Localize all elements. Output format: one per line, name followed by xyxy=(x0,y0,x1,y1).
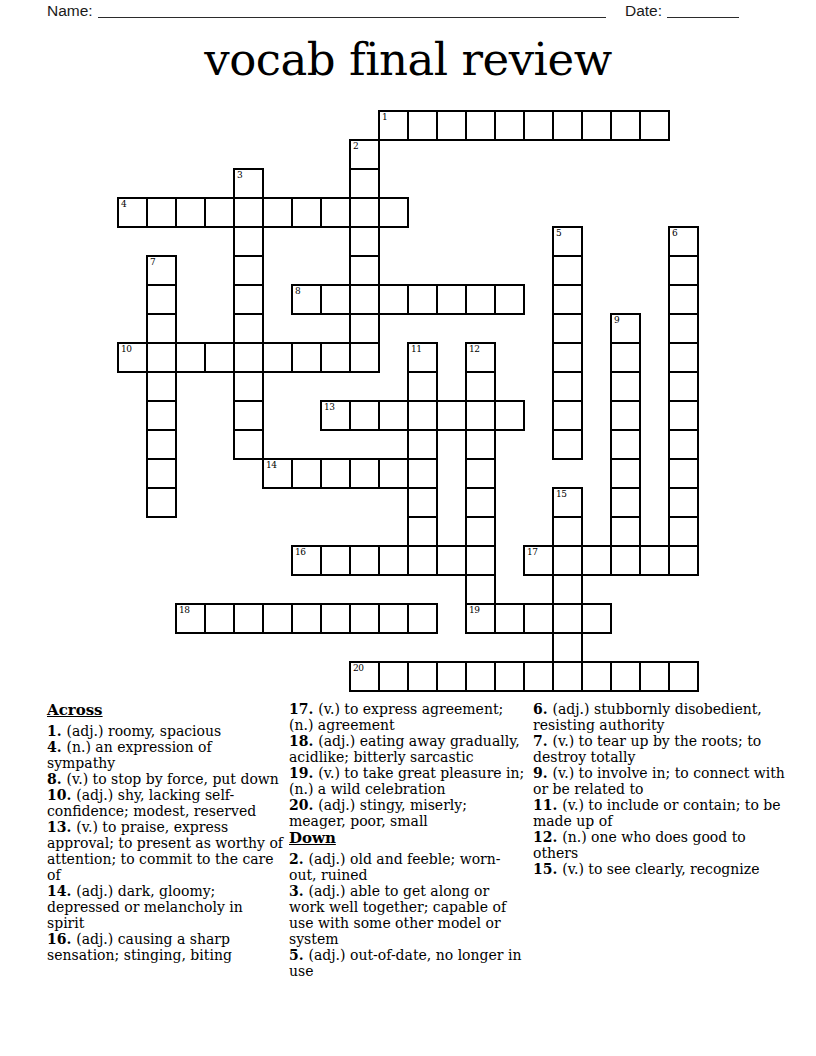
name-blank-line xyxy=(98,0,606,18)
grid-cell-r15c18[interactable] xyxy=(639,545,670,576)
grid-cell-r2c8[interactable] xyxy=(349,168,380,199)
grid-cell-r7c8[interactable] xyxy=(349,313,380,344)
grid-cell-r12c1[interactable] xyxy=(146,458,177,489)
down-heading: Down xyxy=(289,829,527,847)
cell-number-3: 3 xyxy=(237,170,242,180)
cell-number-16: 16 xyxy=(295,547,305,557)
grid-cell-r6c10[interactable] xyxy=(407,284,438,315)
clue-number-across-18: 18. xyxy=(289,733,318,749)
grid-cell-r11c12[interactable] xyxy=(465,429,496,460)
grid-cell-r19c10[interactable] xyxy=(407,661,438,692)
clue-across-18: 18. (adj.) eating away gradually, acidli… xyxy=(289,733,527,765)
grid-cell-r15c16[interactable] xyxy=(581,545,612,576)
grid-cell-r3c4[interactable] xyxy=(233,197,264,228)
grid-cell-r4c8[interactable] xyxy=(349,226,380,257)
grid-cell-r6c19[interactable] xyxy=(668,284,699,315)
clue-number-across-16: 16. xyxy=(47,931,76,947)
grid-cell-r8c12[interactable]: 12 xyxy=(465,342,496,373)
grid-cell-r3c9[interactable] xyxy=(378,197,409,228)
grid-cell-r5c19[interactable] xyxy=(668,255,699,286)
clue-number-across-14: 14. xyxy=(47,883,76,899)
grid-cell-r0c12[interactable] xyxy=(465,110,496,141)
grid-cell-r8c8[interactable] xyxy=(349,342,380,373)
clue-across-8: 8. (v.) to stop by force, put down xyxy=(47,771,283,787)
grid-cell-r6c1[interactable] xyxy=(146,284,177,315)
grid-cell-r17c7[interactable] xyxy=(320,603,351,634)
grid-cell-r10c12[interactable] xyxy=(465,400,496,431)
across-clues-list: 1. (adj.) roomy, spacious4. (n.) an expr… xyxy=(47,723,283,963)
grid-cell-r12c5[interactable]: 14 xyxy=(262,458,293,489)
across-clues-list-continued: 17. (v.) to express agreement; (n.) agre… xyxy=(289,701,527,829)
grid-cell-r11c1[interactable] xyxy=(146,429,177,460)
grid-cell-r3c5[interactable] xyxy=(262,197,293,228)
grid-cell-r6c4[interactable] xyxy=(233,284,264,315)
clue-number-across-19: 19. xyxy=(289,765,318,781)
grid-cell-r7c1[interactable] xyxy=(146,313,177,344)
down-clues-list-continued: 6. (adj.) stubbornly disobedient, resist… xyxy=(533,701,785,877)
cell-number-2: 2 xyxy=(353,141,358,151)
grid-cell-r6c12[interactable] xyxy=(465,284,496,315)
grid-cell-r3c8[interactable] xyxy=(349,197,380,228)
grid-cell-r17c10[interactable] xyxy=(407,603,438,634)
clue-column-1: Across 1. (adj.) roomy, spacious4. (n.) … xyxy=(47,701,283,963)
across-heading: Across xyxy=(47,701,283,719)
grid-cell-r12c17[interactable] xyxy=(610,458,641,489)
grid-cell-r3c7[interactable] xyxy=(320,197,351,228)
clue-across-14: 14. (adj.) dark, gloomy; depressed or me… xyxy=(47,883,283,931)
clue-down-5: 5. (adj.) out-of-date, no longer in use xyxy=(289,947,527,979)
grid-cell-r12c7[interactable] xyxy=(320,458,351,489)
grid-cell-r10c8[interactable] xyxy=(349,400,380,431)
grid-cell-r19c9[interactable] xyxy=(378,661,409,692)
grid-cell-r11c19[interactable] xyxy=(668,429,699,460)
grid-cell-r13c19[interactable] xyxy=(668,487,699,518)
grid-cell-r8c10[interactable]: 11 xyxy=(407,342,438,373)
grid-cell-r0c11[interactable] xyxy=(436,110,467,141)
grid-cell-r0c17[interactable] xyxy=(610,110,641,141)
clue-number-across-4: 4. xyxy=(47,739,67,755)
grid-cell-r19c11[interactable] xyxy=(436,661,467,692)
grid-cell-r7c19[interactable] xyxy=(668,313,699,344)
grid-cell-r0c18[interactable] xyxy=(639,110,670,141)
grid-cell-r13c12[interactable] xyxy=(465,487,496,518)
grid-cell-r9c15[interactable] xyxy=(552,371,583,402)
grid-cell-r6c6[interactable]: 8 xyxy=(291,284,322,315)
grid-cell-r17c3[interactable] xyxy=(204,603,235,634)
clue-number-across-1: 1. xyxy=(47,723,67,739)
grid-cell-r13c17[interactable] xyxy=(610,487,641,518)
grid-cell-r15c19[interactable] xyxy=(668,545,699,576)
down-clues-list: 2. (adj.) old and feeble; worn-out, ruin… xyxy=(289,851,527,979)
cell-number-11: 11 xyxy=(411,344,421,354)
clue-number-down-15: 15. xyxy=(533,861,562,877)
cell-number-1: 1 xyxy=(382,112,387,122)
clue-number-down-11: 11. xyxy=(533,797,562,813)
clue-number-down-2: 2. xyxy=(289,851,309,867)
grid-cell-r8c6[interactable] xyxy=(291,342,322,373)
grid-cell-r5c15[interactable] xyxy=(552,255,583,286)
grid-cell-r13c1[interactable] xyxy=(146,487,177,518)
grid-cell-r8c17[interactable] xyxy=(610,342,641,373)
grid-cell-r6c13[interactable] xyxy=(494,284,525,315)
grid-cell-r10c19[interactable] xyxy=(668,400,699,431)
cell-number-17: 17 xyxy=(527,547,537,557)
grid-cell-r6c15[interactable] xyxy=(552,284,583,315)
grid-cell-r17c4[interactable] xyxy=(233,603,264,634)
grid-cell-r12c9[interactable] xyxy=(378,458,409,489)
grid-cell-r15c14[interactable]: 17 xyxy=(523,545,554,576)
cell-number-18: 18 xyxy=(179,605,189,615)
grid-cell-r3c0[interactable]: 4 xyxy=(117,197,148,228)
clue-number-down-3: 3. xyxy=(289,883,309,899)
clue-down-3: 3. (adj.) able to get along or work well… xyxy=(289,883,527,947)
grid-cell-r8c5[interactable] xyxy=(262,342,293,373)
clue-column-3: 6. (adj.) stubbornly disobedient, resist… xyxy=(533,701,785,877)
grid-cell-r19c17[interactable] xyxy=(610,661,641,692)
grid-cell-r9c12[interactable] xyxy=(465,371,496,402)
grid-cell-r0c14[interactable] xyxy=(523,110,554,141)
grid-cell-r12c12[interactable] xyxy=(465,458,496,489)
grid-cell-r12c10[interactable] xyxy=(407,458,438,489)
grid-cell-r5c8[interactable] xyxy=(349,255,380,286)
grid-cell-r15c10[interactable] xyxy=(407,545,438,576)
grid-cell-r17c13[interactable] xyxy=(494,603,525,634)
grid-cell-r17c6[interactable] xyxy=(291,603,322,634)
clue-number-down-7: 7. xyxy=(533,733,553,749)
cell-number-15: 15 xyxy=(556,489,566,499)
clue-down-6: 6. (adj.) stubbornly disobedient, resist… xyxy=(533,701,785,733)
clue-number-across-10: 10. xyxy=(47,787,76,803)
grid-cell-r9c1[interactable] xyxy=(146,371,177,402)
grid-cell-r15c15[interactable] xyxy=(552,545,583,576)
grid-cell-r8c2[interactable] xyxy=(175,342,206,373)
grid-cell-r6c9[interactable] xyxy=(378,284,409,315)
grid-cell-r0c10[interactable] xyxy=(407,110,438,141)
clue-across-17: 17. (v.) to express agreement; (n.) agre… xyxy=(289,701,527,733)
grid-cell-r16c12[interactable] xyxy=(465,574,496,605)
clue-across-1: 1. (adj.) roomy, spacious xyxy=(47,723,283,739)
cell-number-10: 10 xyxy=(121,344,131,354)
grid-cell-r9c19[interactable] xyxy=(668,371,699,402)
grid-cell-r17c9[interactable] xyxy=(378,603,409,634)
grid-cell-r1c8[interactable]: 2 xyxy=(349,139,380,170)
cell-number-20: 20 xyxy=(353,663,363,673)
grid-cell-r10c9[interactable] xyxy=(378,400,409,431)
grid-cell-r8c3[interactable] xyxy=(204,342,235,373)
clue-down-11: 11. (v.) to include or contain; to be ma… xyxy=(533,797,785,829)
clue-across-16: 16. (adj.) causing a sharp sensation; st… xyxy=(47,931,283,963)
grid-cell-r19c16[interactable] xyxy=(581,661,612,692)
grid-cell-r15c11[interactable] xyxy=(436,545,467,576)
grid-cell-r4c19[interactable]: 6 xyxy=(668,226,699,257)
grid-cell-r10c17[interactable] xyxy=(610,400,641,431)
grid-cell-r15c17[interactable] xyxy=(610,545,641,576)
grid-cell-r8c7[interactable] xyxy=(320,342,351,373)
clue-down-15: 15. (v.) to see clearly, recognize xyxy=(533,861,785,877)
grid-cell-r12c8[interactable] xyxy=(349,458,380,489)
grid-cell-r9c10[interactable] xyxy=(407,371,438,402)
grid-cell-r0c15[interactable] xyxy=(552,110,583,141)
grid-cell-r14c15[interactable] xyxy=(552,516,583,547)
grid-cell-r0c13[interactable] xyxy=(494,110,525,141)
grid-cell-r15c6[interactable]: 16 xyxy=(291,545,322,576)
grid-cell-r16c15[interactable] xyxy=(552,574,583,605)
grid-cell-r17c15[interactable] xyxy=(552,603,583,634)
cell-number-12: 12 xyxy=(469,344,479,354)
grid-cell-r3c3[interactable] xyxy=(204,197,235,228)
grid-cell-r19c13[interactable] xyxy=(494,661,525,692)
grid-cell-r18c15[interactable] xyxy=(552,632,583,663)
grid-cell-r14c19[interactable] xyxy=(668,516,699,547)
grid-cell-r8c1[interactable] xyxy=(146,342,177,373)
cell-number-19: 19 xyxy=(469,605,479,615)
crossword-grid: 1234567891011121314151617181920 xyxy=(118,111,700,693)
grid-cell-r15c7[interactable] xyxy=(320,545,351,576)
grid-cell-r11c10[interactable] xyxy=(407,429,438,460)
date-label: Date: xyxy=(625,2,662,20)
grid-cell-r19c12[interactable] xyxy=(465,661,496,692)
clue-across-19: 19. (v.) to take great pleasure in; (n.)… xyxy=(289,765,527,797)
grid-cell-r19c15[interactable] xyxy=(552,661,583,692)
grid-cell-r19c14[interactable] xyxy=(523,661,554,692)
cell-number-6: 6 xyxy=(672,228,677,238)
grid-cell-r4c15[interactable]: 5 xyxy=(552,226,583,257)
grid-cell-r12c19[interactable] xyxy=(668,458,699,489)
grid-cell-r11c4[interactable] xyxy=(233,429,264,460)
grid-cell-r7c15[interactable] xyxy=(552,313,583,344)
grid-cell-r8c0[interactable]: 10 xyxy=(117,342,148,373)
grid-cell-r17c14[interactable] xyxy=(523,603,554,634)
clue-down-7: 7. (v.) to tear up by the roots; to dest… xyxy=(533,733,785,765)
grid-cell-r17c5[interactable] xyxy=(262,603,293,634)
clue-number-across-17: 17. xyxy=(289,701,318,717)
clue-down-2: 2. (adj.) old and feeble; worn-out, ruin… xyxy=(289,851,527,883)
grid-cell-r13c10[interactable] xyxy=(407,487,438,518)
grid-cell-r10c1[interactable] xyxy=(146,400,177,431)
cell-number-5: 5 xyxy=(556,228,561,238)
grid-cell-r7c17[interactable]: 9 xyxy=(610,313,641,344)
grid-cell-r17c16[interactable] xyxy=(581,603,612,634)
grid-cell-r14c12[interactable] xyxy=(465,516,496,547)
clue-column-2: 17. (v.) to express agreement; (n.) agre… xyxy=(289,701,527,979)
grid-cell-r10c4[interactable] xyxy=(233,400,264,431)
grid-cell-r17c8[interactable] xyxy=(349,603,380,634)
grid-cell-r3c1[interactable] xyxy=(146,197,177,228)
grid-cell-r4c4[interactable] xyxy=(233,226,264,257)
cell-number-7: 7 xyxy=(150,257,155,267)
grid-cell-r5c4[interactable] xyxy=(233,255,264,286)
grid-cell-r6c8[interactable] xyxy=(349,284,380,315)
grid-cell-r7c4[interactable] xyxy=(233,313,264,344)
grid-cell-r15c8[interactable] xyxy=(349,545,380,576)
clue-down-12: 12. (n.) one who does good to others xyxy=(533,829,785,861)
grid-cell-r12c6[interactable] xyxy=(291,458,322,489)
clue-number-across-13: 13. xyxy=(47,819,76,835)
clue-across-20: 20. (adj.) stingy, miserly; meager, poor… xyxy=(289,797,527,829)
grid-cell-r0c16[interactable] xyxy=(581,110,612,141)
cell-number-13: 13 xyxy=(324,402,334,412)
clue-across-4: 4. (n.) an expression of sympathy xyxy=(47,739,283,771)
grid-cell-r6c7[interactable] xyxy=(320,284,351,315)
grid-cell-r9c4[interactable] xyxy=(233,371,264,402)
grid-cell-r6c11[interactable] xyxy=(436,284,467,315)
date-blank-line xyxy=(667,0,739,18)
clue-number-down-5: 5. xyxy=(289,947,309,963)
grid-cell-r11c17[interactable] xyxy=(610,429,641,460)
puzzle-title: vocab final review xyxy=(0,36,816,83)
clue-across-13: 13. (v.) to praise, express approval; to… xyxy=(47,819,283,883)
cell-number-4: 4 xyxy=(121,199,126,209)
grid-cell-r17c2[interactable]: 18 xyxy=(175,603,206,634)
grid-cell-r10c11[interactable] xyxy=(436,400,467,431)
grid-cell-r10c7[interactable]: 13 xyxy=(320,400,351,431)
grid-cell-r19c18[interactable] xyxy=(639,661,670,692)
grid-cell-r17c12[interactable]: 19 xyxy=(465,603,496,634)
worksheet-page: Name: Date: vocab final review 123456789… xyxy=(0,0,816,1056)
grid-cell-r8c4[interactable] xyxy=(233,342,264,373)
clue-number-down-12: 12. xyxy=(533,829,562,845)
grid-cell-r3c2[interactable] xyxy=(175,197,206,228)
clue-number-down-6: 6. xyxy=(533,701,553,717)
grid-cell-r9c17[interactable] xyxy=(610,371,641,402)
grid-cell-r10c15[interactable] xyxy=(552,400,583,431)
grid-cell-r13c15[interactable]: 15 xyxy=(552,487,583,518)
grid-cell-r5c1[interactable]: 7 xyxy=(146,255,177,286)
grid-cell-r15c12[interactable] xyxy=(465,545,496,576)
grid-cell-r19c19[interactable] xyxy=(668,661,699,692)
grid-cell-r0c9[interactable]: 1 xyxy=(378,110,409,141)
clue-down-9: 9. (v.) to involve in; to connect with o… xyxy=(533,765,785,797)
grid-cell-r3c6[interactable] xyxy=(291,197,322,228)
clue-number-across-8: 8. xyxy=(47,771,67,787)
cell-number-9: 9 xyxy=(614,315,619,325)
grid-cell-r10c13[interactable] xyxy=(494,400,525,431)
grid-cell-r15c9[interactable] xyxy=(378,545,409,576)
grid-cell-r19c8[interactable]: 20 xyxy=(349,661,380,692)
grid-cell-r10c10[interactable] xyxy=(407,400,438,431)
grid-cell-r14c17[interactable] xyxy=(610,516,641,547)
grid-cell-r2c4[interactable]: 3 xyxy=(233,168,264,199)
clue-number-down-9: 9. xyxy=(533,765,553,781)
grid-cell-r14c10[interactable] xyxy=(407,516,438,547)
grid-cell-r8c15[interactable] xyxy=(552,342,583,373)
name-label: Name: xyxy=(47,2,93,20)
cell-number-8: 8 xyxy=(295,286,300,296)
grid-cell-r8c19[interactable] xyxy=(668,342,699,373)
clue-across-10: 10. (adj.) shy, lacking self-confidence;… xyxy=(47,787,283,819)
cell-number-14: 14 xyxy=(266,460,276,470)
grid-cell-r11c15[interactable] xyxy=(552,429,583,460)
clue-number-across-20: 20. xyxy=(289,797,318,813)
